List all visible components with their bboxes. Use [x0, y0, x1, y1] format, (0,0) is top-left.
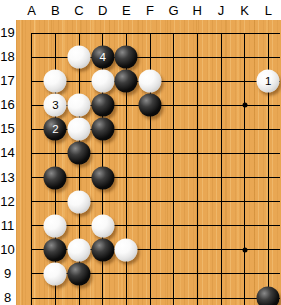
grid-vertical-line — [31, 33, 32, 305]
white-stone-b17[interactable] — [44, 70, 67, 93]
grid-horizontal-line — [31, 177, 280, 178]
white-stone-l17[interactable]: 1 — [257, 70, 280, 93]
column-label-c: C — [74, 2, 83, 19]
black-stone-b10[interactable] — [44, 238, 67, 261]
grid-vertical-line — [197, 33, 198, 305]
column-label-b: B — [51, 2, 60, 19]
row-label-10: 10 — [0, 243, 15, 257]
white-stone-c15[interactable] — [68, 118, 91, 141]
white-stone-c12[interactable] — [68, 190, 91, 213]
grid-horizontal-line — [31, 33, 280, 34]
row-label-18: 18 — [0, 50, 15, 64]
white-stone-b11[interactable] — [44, 214, 67, 237]
black-stone-d10[interactable] — [91, 238, 114, 261]
grid-horizontal-line — [31, 225, 280, 226]
column-label-a: A — [27, 2, 36, 19]
row-label-11: 11 — [0, 219, 15, 233]
grid-vertical-line — [244, 33, 245, 305]
move-number-label: 4 — [99, 51, 105, 63]
go-board-diagram: ABCDEFGHJKL 1918171615141312111098 4132 — [0, 0, 281, 305]
grid-vertical-line — [173, 33, 174, 305]
white-stone-d11[interactable] — [91, 214, 114, 237]
column-label-g: G — [169, 2, 179, 19]
row-label-15: 15 — [0, 122, 15, 136]
grid-vertical-line — [221, 33, 222, 305]
row-label-8: 8 — [0, 291, 15, 305]
white-stone-d17[interactable] — [91, 70, 114, 93]
white-stone-f17[interactable] — [139, 70, 162, 93]
column-label-f: F — [146, 2, 154, 19]
move-number-label: 3 — [52, 100, 58, 112]
black-stone-d15[interactable] — [91, 118, 114, 141]
move-number-label: 2 — [52, 124, 58, 136]
column-label-e: E — [122, 2, 131, 19]
column-label-h: H — [193, 2, 202, 19]
row-label-9: 9 — [0, 267, 15, 281]
column-label-j: J — [218, 2, 225, 19]
black-stone-d13[interactable] — [91, 166, 114, 189]
column-label-k: K — [240, 2, 249, 19]
row-label-13: 13 — [0, 171, 15, 185]
white-stone-c18[interactable] — [68, 46, 91, 69]
star-point-k16 — [242, 103, 247, 108]
black-stone-b13[interactable] — [44, 166, 67, 189]
row-label-17: 17 — [0, 74, 15, 88]
white-stone-b16[interactable]: 3 — [44, 94, 67, 117]
black-stone-l8[interactable] — [257, 286, 280, 305]
grid-horizontal-line — [31, 298, 280, 299]
black-stone-b15[interactable]: 2 — [44, 118, 67, 141]
column-label-l: L — [265, 2, 272, 19]
black-stone-e18[interactable] — [115, 46, 138, 69]
row-label-19: 19 — [0, 26, 15, 40]
black-stone-c9[interactable] — [68, 262, 91, 285]
black-stone-d16[interactable] — [91, 94, 114, 117]
row-label-12: 12 — [0, 195, 15, 209]
star-point-k10 — [242, 247, 247, 252]
move-number-label: 1 — [265, 75, 271, 87]
white-stone-c10[interactable] — [68, 238, 91, 261]
black-stone-d18[interactable]: 4 — [91, 46, 114, 69]
row-label-14: 14 — [0, 146, 15, 160]
row-label-16: 16 — [0, 98, 15, 112]
white-stone-c16[interactable] — [68, 94, 91, 117]
white-stone-b9[interactable] — [44, 262, 67, 285]
black-stone-e17[interactable] — [115, 70, 138, 93]
black-stone-f16[interactable] — [139, 94, 162, 117]
black-stone-c14[interactable] — [68, 142, 91, 165]
white-stone-e10[interactable] — [115, 238, 138, 261]
column-label-d: D — [98, 2, 107, 19]
